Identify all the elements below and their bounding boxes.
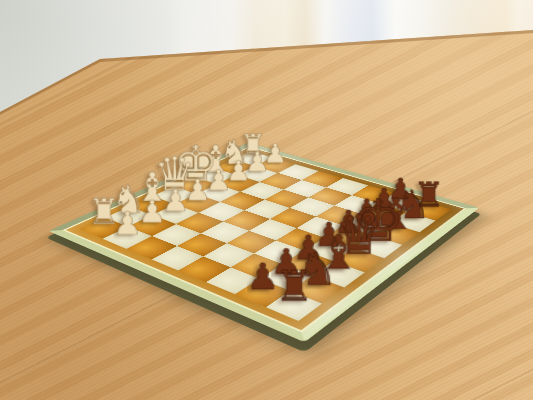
white-pawn: ♟ [138,196,166,227]
photo-scene: ♜♞♝♛♚♝♞♜♟♟♟♟♟♟♟♟♟♟♟♟♟♟♟♟♜♞♝♛♚♝♞♜ [0,0,533,400]
white-pawn: ♟ [113,207,142,239]
black-rook: ♜ [275,265,314,308]
